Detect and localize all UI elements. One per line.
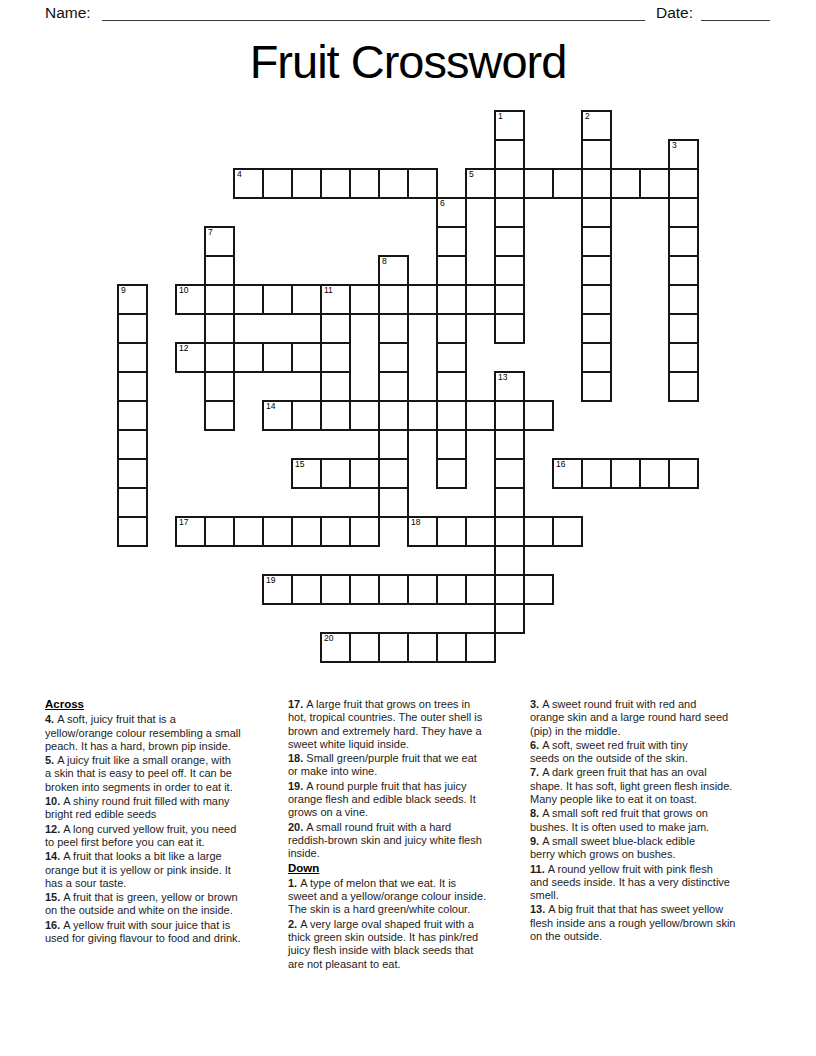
clue-number: 2.: [288, 918, 297, 930]
cell-number: 19: [266, 575, 275, 585]
date-write-line[interactable]: [701, 2, 770, 21]
grid-cell-r16c14[interactable]: [523, 574, 554, 605]
clue-number: 12.: [45, 823, 60, 835]
grid-cell-r8c5[interactable]: [262, 342, 293, 373]
grid-cell-r8c16[interactable]: [581, 342, 612, 373]
clue-text: A long curved yellow fruit, you need to …: [45, 823, 236, 848]
across-clue-5: 5.A juicy fruit like a small orange, wit…: [45, 754, 287, 794]
cell-number: 17: [179, 517, 188, 527]
grid-cell-r2c17[interactable]: [610, 168, 641, 199]
grid-cell-r15c13[interactable]: [494, 545, 525, 576]
clue-text: A soft, juicy fruit that is a yellow/ora…: [45, 713, 241, 752]
grid-cell-r0c13[interactable]: 1: [494, 110, 525, 141]
grid-cell-r16c5[interactable]: 19: [262, 574, 293, 605]
grid-cell-r16c13[interactable]: [494, 574, 525, 605]
grid-cell-r18c7[interactable]: 20: [320, 632, 351, 663]
cell-number: 7: [208, 227, 213, 237]
grid-cell-r3c11[interactable]: 6: [436, 197, 467, 228]
grid-cell-r1c13[interactable]: [494, 139, 525, 170]
down-clue-8: 8.A small soft red fruit that grows on b…: [530, 807, 772, 834]
grid-cell-r16c12[interactable]: [465, 574, 496, 605]
across-clue-12: 12.A long curved yellow fruit, you need …: [45, 823, 287, 850]
grid-cell-r12c7[interactable]: [320, 458, 351, 489]
grid-cell-r6c7[interactable]: 11: [320, 284, 351, 315]
grid-cell-r8c11[interactable]: [436, 342, 467, 373]
date-label: Date:: [656, 4, 693, 22]
grid-cell-r2c6[interactable]: [291, 168, 322, 199]
cell-number: 18: [411, 517, 420, 527]
clue-text: A dark green fruit that has an oval shap…: [530, 766, 732, 805]
grid-cell-r11c0[interactable]: [117, 429, 148, 460]
clue-text: A yellow fruit with sour juice that is u…: [45, 919, 241, 944]
across-heading: Across: [45, 698, 287, 711]
grid-cell-r2c7[interactable]: [320, 168, 351, 199]
clue-text: A small round fruit with a hard reddish-…: [288, 821, 482, 860]
grid-cell-r3c19[interactable]: [668, 197, 699, 228]
clue-text: A round yellow fruit with pink flesh and…: [530, 863, 730, 902]
clue-column-2: 17.A large fruit that grows on trees in …: [288, 698, 530, 972]
grid-cell-r10c13[interactable]: [494, 400, 525, 431]
grid-cell-r14c2[interactable]: 17: [175, 516, 206, 547]
grid-cell-r12c8[interactable]: [349, 458, 380, 489]
grid-cell-r12c6[interactable]: 15: [291, 458, 322, 489]
grid-cell-r2c5[interactable]: [262, 168, 293, 199]
clue-number: 8.: [530, 807, 539, 819]
clue-number: 17.: [288, 698, 303, 710]
grid-cell-r17c13[interactable]: [494, 603, 525, 634]
clue-number: 11.: [530, 863, 545, 875]
grid-cell-r6c6[interactable]: [291, 284, 322, 315]
grid-cell-r14c11[interactable]: [436, 516, 467, 547]
clue-number: 6.: [530, 739, 539, 751]
grid-cell-r8c9[interactable]: [378, 342, 409, 373]
grid-cell-r5c11[interactable]: [436, 255, 467, 286]
grid-cell-r2c8[interactable]: [349, 168, 380, 199]
grid-cell-r9c7[interactable]: [320, 371, 351, 402]
clue-number: 7.: [530, 766, 539, 778]
clue-number: 9.: [530, 835, 539, 847]
clue-number: 16.: [45, 919, 60, 931]
grid-cell-r8c4[interactable]: [233, 342, 264, 373]
grid-cell-r13c13[interactable]: [494, 487, 525, 518]
clue-number: 3.: [530, 698, 539, 710]
grid-cell-r8c2[interactable]: 12: [175, 342, 206, 373]
across-clue-17: 17.A large fruit that grows on trees in …: [288, 698, 530, 751]
grid-cell-r18c10[interactable]: [407, 632, 438, 663]
grid-cell-r6c5[interactable]: [262, 284, 293, 315]
grid-cell-r12c11[interactable]: [436, 458, 467, 489]
grid-cell-r2c4[interactable]: 4: [233, 168, 264, 199]
down-clue-7: 7.A dark green fruit that has an oval sh…: [530, 766, 772, 806]
grid-cell-r11c13[interactable]: [494, 429, 525, 460]
grid-cell-r12c17[interactable]: [610, 458, 641, 489]
grid-cell-r13c9[interactable]: [378, 487, 409, 518]
clue-text: A small sweet blue-black edible berry wh…: [530, 835, 695, 860]
clue-number: 1.: [288, 877, 297, 889]
grid-cell-r10c10[interactable]: [407, 400, 438, 431]
cell-number: 4: [237, 169, 242, 179]
across-clue-18: 18.Small green/purple fruit that we eat …: [288, 752, 530, 779]
clue-number: 10.: [45, 795, 60, 807]
cell-number: 8: [382, 256, 387, 266]
grid-cell-r6c0[interactable]: 9: [117, 284, 148, 315]
grid-cell-r6c16[interactable]: [581, 284, 612, 315]
clue-text: A juicy fruit like a small orange, with …: [45, 754, 233, 793]
grid-cell-r14c15[interactable]: [552, 516, 583, 547]
clue-number: 4.: [45, 713, 54, 725]
grid-cell-r8c6[interactable]: [291, 342, 322, 373]
grid-cell-r2c12[interactable]: 5: [465, 168, 496, 199]
grid-cell-r4c11[interactable]: [436, 226, 467, 257]
clue-column-3: 3.A sweet round fruit with red and orang…: [530, 698, 772, 944]
grid-cell-r5c19[interactable]: [668, 255, 699, 286]
grid-cell-r6c10[interactable]: [407, 284, 438, 315]
clue-column-1: Across 4.A soft, juicy fruit that is a y…: [45, 698, 287, 946]
grid-cell-r6c13[interactable]: [494, 284, 525, 315]
grid-cell-r8c19[interactable]: [668, 342, 699, 373]
down-clue-9: 9.A small sweet blue-black edible berry …: [530, 835, 772, 862]
grid-cell-r14c8[interactable]: [349, 516, 380, 547]
grid-cell-r7c11[interactable]: [436, 313, 467, 344]
grid-cell-r9c13[interactable]: 13: [494, 371, 525, 402]
grid-cell-r6c11[interactable]: [436, 284, 467, 315]
grid-cell-r12c13[interactable]: [494, 458, 525, 489]
grid-cell-r13c0[interactable]: [117, 487, 148, 518]
grid-cell-r6c2[interactable]: 10: [175, 284, 206, 315]
grid-cell-r16c11[interactable]: [436, 574, 467, 605]
grid-cell-r6c3[interactable]: [204, 284, 235, 315]
cell-number: 1: [498, 111, 503, 121]
grid-cell-r16c9[interactable]: [378, 574, 409, 605]
clue-number: 15.: [45, 891, 60, 903]
grid-cell-r18c8[interactable]: [349, 632, 380, 663]
cell-number: 13: [498, 372, 507, 382]
grid-cell-r16c6[interactable]: [291, 574, 322, 605]
grid-cell-r2c10[interactable]: [407, 168, 438, 199]
grid-cell-r10c11[interactable]: [436, 400, 467, 431]
grid-cell-r5c9[interactable]: 8: [378, 255, 409, 286]
grid-cell-r10c12[interactable]: [465, 400, 496, 431]
grid-cell-r7c16[interactable]: [581, 313, 612, 344]
grid-cell-r9c0[interactable]: [117, 371, 148, 402]
clue-text: A shiny round fruit filled with many bri…: [45, 795, 230, 820]
across-clue-14: 14.A fruit that looks a bit like a large…: [45, 850, 287, 890]
across-clue-10: 10.A shiny round fruit filled with many …: [45, 795, 287, 822]
grid-cell-r11c11[interactable]: [436, 429, 467, 460]
down-clue-13: 13.A big fruit that that has sweet yello…: [530, 903, 772, 943]
grid-cell-r14c5[interactable]: [262, 516, 293, 547]
grid-cell-r9c19[interactable]: [668, 371, 699, 402]
down-clue-1: 1.A type of melon that we eat. It is swe…: [288, 877, 530, 917]
grid-cell-r14c10[interactable]: 18: [407, 516, 438, 547]
grid-cell-r14c4[interactable]: [233, 516, 264, 547]
clue-number: 20.: [288, 821, 303, 833]
grid-cell-r9c11[interactable]: [436, 371, 467, 402]
cell-number: 2: [585, 111, 590, 121]
grid-cell-r10c14[interactable]: [523, 400, 554, 431]
grid-cell-r14c7[interactable]: [320, 516, 351, 547]
grid-cell-r10c6[interactable]: [291, 400, 322, 431]
clue-text: A large fruit that grows on trees in hot…: [288, 698, 482, 750]
grid-cell-r10c5[interactable]: 14: [262, 400, 293, 431]
down-clue-3: 3.A sweet round fruit with red and orang…: [530, 698, 772, 738]
grid-cell-r18c11[interactable]: [436, 632, 467, 663]
page-title: Fruit Crossword: [0, 34, 816, 89]
grid-cell-r9c9[interactable]: [378, 371, 409, 402]
grid-cell-r2c18[interactable]: [639, 168, 670, 199]
grid-cell-r4c19[interactable]: [668, 226, 699, 257]
clue-number: 5.: [45, 754, 54, 766]
grid-cell-r7c13[interactable]: [494, 313, 525, 344]
down-clue-6: 6.A soft, sweet red fruit with tiny seed…: [530, 739, 772, 766]
grid-cell-r8c7[interactable]: [320, 342, 351, 373]
clue-number: 14.: [45, 850, 60, 862]
grid-cell-r6c19[interactable]: [668, 284, 699, 315]
grid-cell-r12c19[interactable]: [668, 458, 699, 489]
grid-cell-r1c19[interactable]: 3: [668, 139, 699, 170]
grid-cell-r1c16[interactable]: [581, 139, 612, 170]
grid-cell-r2c13[interactable]: [494, 168, 525, 199]
grid-cell-r16c8[interactable]: [349, 574, 380, 605]
grid-cell-r12c15[interactable]: 16: [552, 458, 583, 489]
grid-cell-r3c13[interactable]: [494, 197, 525, 228]
grid-cell-r2c9[interactable]: [378, 168, 409, 199]
grid-cell-r2c16[interactable]: [581, 168, 612, 199]
cell-number: 15: [295, 459, 304, 469]
grid-cell-r9c3[interactable]: [204, 371, 235, 402]
clue-number: 13.: [530, 903, 545, 915]
grid-cell-r14c0[interactable]: [117, 516, 148, 547]
cell-number: 16: [556, 459, 565, 469]
grid-cell-r0c16[interactable]: 2: [581, 110, 612, 141]
grid-cell-r16c10[interactable]: [407, 574, 438, 605]
grid-cell-r7c3[interactable]: [204, 313, 235, 344]
clue-number: 19.: [288, 780, 303, 792]
clue-text: A fruit that is green, yellow or brown o…: [45, 891, 238, 916]
down-clue-2: 2.A very large oval shaped fruit with a …: [288, 918, 530, 971]
grid-cell-r7c19[interactable]: [668, 313, 699, 344]
clue-text: A very large oval shaped fruit with a th…: [288, 918, 478, 970]
across-clue-15: 15.A fruit that is green, yellow or brow…: [45, 891, 287, 918]
grid-cell-r14c6[interactable]: [291, 516, 322, 547]
grid-cell-r14c14[interactable]: [523, 516, 554, 547]
grid-cell-r18c12[interactable]: [465, 632, 496, 663]
cell-number: 11: [324, 285, 333, 295]
grid-cell-r12c9[interactable]: [378, 458, 409, 489]
grid-cell-r16c7[interactable]: [320, 574, 351, 605]
grid-cell-r3c16[interactable]: [581, 197, 612, 228]
grid-cell-r5c16[interactable]: [581, 255, 612, 286]
clue-text: Small green/purple fruit that we eat or …: [288, 752, 477, 777]
clue-text: A sweet round fruit with red and orange …: [530, 698, 728, 737]
cell-number: 14: [266, 401, 275, 411]
clues-section: Across 4.A soft, juicy fruit that is a y…: [0, 698, 816, 1038]
cell-number: 10: [179, 285, 188, 295]
grid-cell-r10c9[interactable]: [378, 400, 409, 431]
cell-number: 12: [179, 343, 188, 353]
across-clue-16: 16.A yellow fruit with sour juice that i…: [45, 919, 287, 946]
clue-text: A soft, sweet red fruit with tiny seeds …: [530, 739, 688, 764]
name-write-line[interactable]: [102, 2, 645, 21]
clue-number: 18.: [288, 752, 303, 764]
grid-cell-r4c3[interactable]: 7: [204, 226, 235, 257]
grid-cell-r7c0[interactable]: [117, 313, 148, 344]
grid-cell-r5c3[interactable]: [204, 255, 235, 286]
grid-cell-r2c14[interactable]: [523, 168, 554, 199]
down-heading: Down: [288, 862, 530, 875]
grid-cell-r14c3[interactable]: [204, 516, 235, 547]
grid-cell-r12c16[interactable]: [581, 458, 612, 489]
grid-cell-r6c8[interactable]: [349, 284, 380, 315]
grid-cell-r6c4[interactable]: [233, 284, 264, 315]
grid-cell-r12c0[interactable]: [117, 458, 148, 489]
crossword-grid: 1234567891011121314151617181920: [117, 110, 699, 663]
grid-cell-r4c16[interactable]: [581, 226, 612, 257]
across-clue-4: 4.A soft, juicy fruit that is a yellow/o…: [45, 713, 287, 753]
grid-cell-r7c9[interactable]: [378, 313, 409, 344]
clue-text: A type of melon that we eat. It is sweet…: [288, 877, 486, 916]
grid-cell-r12c18[interactable]: [639, 458, 670, 489]
cell-number: 3: [672, 140, 677, 150]
grid-cell-r6c9[interactable]: [378, 284, 409, 315]
across-clue-19: 19.A round purple fruit that has juicy o…: [288, 780, 530, 820]
cell-number: 20: [324, 633, 333, 643]
grid-cell-r14c13[interactable]: [494, 516, 525, 547]
grid-cell-r18c9[interactable]: [378, 632, 409, 663]
grid-cell-r8c3[interactable]: [204, 342, 235, 373]
clue-text: A round purple fruit that has juicy oran…: [288, 780, 476, 819]
grid-cell-r10c0[interactable]: [117, 400, 148, 431]
grid-cell-r10c7[interactable]: [320, 400, 351, 431]
worksheet: Name: Date: Fruit Crossword 123456789101…: [0, 0, 816, 1056]
grid-cell-r5c13[interactable]: [494, 255, 525, 286]
grid-cell-r14c12[interactable]: [465, 516, 496, 547]
grid-cell-r10c3[interactable]: [204, 400, 235, 431]
cell-number: 9: [121, 285, 126, 295]
clue-text: A big fruit that that has sweet yellow f…: [530, 903, 735, 942]
name-label: Name:: [45, 4, 91, 22]
grid-cell-r10c8[interactable]: [349, 400, 380, 431]
grid-cell-r4c13[interactable]: [494, 226, 525, 257]
grid-cell-r2c15[interactable]: [552, 168, 583, 199]
grid-cell-r9c16[interactable]: [581, 371, 612, 402]
clue-text: A small soft red fruit that grows on bus…: [530, 807, 709, 832]
grid-cell-r2c19[interactable]: [668, 168, 699, 199]
across-clue-20: 20.A small round fruit with a hard reddi…: [288, 821, 530, 861]
grid-cell-r8c0[interactable]: [117, 342, 148, 373]
cell-number: 5: [469, 169, 474, 179]
grid-cell-r7c7[interactable]: [320, 313, 351, 344]
grid-cell-r11c9[interactable]: [378, 429, 409, 460]
cell-number: 6: [440, 198, 445, 208]
down-clue-11: 11.A round yellow fruit with pink flesh …: [530, 863, 772, 903]
grid-cell-r6c12[interactable]: [465, 284, 496, 315]
clue-text: A fruit that looks a bit like a large or…: [45, 850, 231, 889]
